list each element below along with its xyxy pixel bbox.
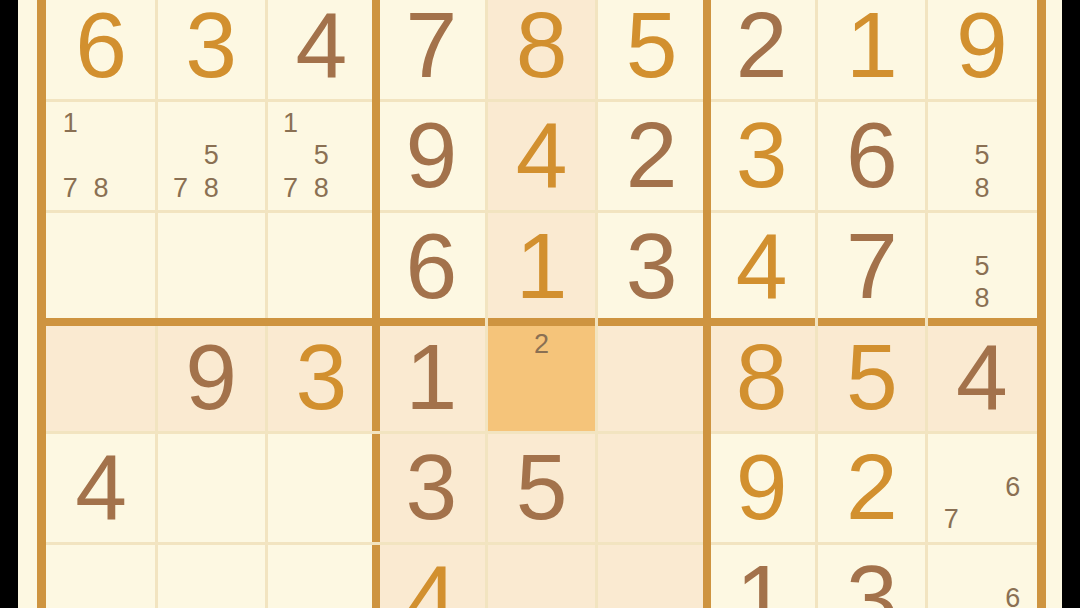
given-digit: 7	[846, 220, 898, 313]
cell-r1c2[interactable]: 3	[156, 0, 266, 101]
cell-r2c6[interactable]: 2	[597, 101, 707, 212]
cell-r3c2[interactable]	[156, 211, 266, 322]
entered-digit: 5	[846, 331, 898, 424]
cell-r3c5[interactable]: 1	[486, 211, 596, 322]
cell-r4c6[interactable]	[597, 322, 707, 433]
sudoku-cells: 6347852191785781578942365861347589312854…	[46, 0, 1037, 608]
pencil-note-6: 6	[997, 472, 1028, 504]
given-digit: 3	[406, 441, 458, 534]
cell-r2c8[interactable]: 6	[817, 101, 927, 212]
entered-digit: 9	[956, 0, 1008, 92]
cell-r4c3[interactable]: 3	[266, 322, 376, 433]
given-digit: 2	[626, 109, 678, 202]
given-digit: 7	[406, 0, 458, 92]
cell-r6c9[interactable]: 6	[927, 543, 1037, 608]
given-digit: 5	[516, 441, 568, 534]
sudoku-app-screen: 6347852191785781578942365861347589312854…	[0, 0, 1080, 608]
cell-r5c6[interactable]	[597, 432, 707, 543]
pencil-note-5: 5	[306, 140, 337, 172]
cell-r4c4[interactable]: 1	[376, 322, 486, 433]
pencil-notes: 2	[486, 322, 596, 433]
given-digit: 2	[736, 0, 788, 92]
cell-r3c8[interactable]: 7	[817, 211, 927, 322]
pencil-note-7: 7	[936, 504, 967, 536]
pencil-note-8: 8	[86, 172, 117, 204]
pencil-note-8: 8	[306, 172, 337, 204]
entered-digit: 4	[516, 109, 568, 202]
given-digit: 1	[736, 552, 788, 608]
pencil-note-8: 8	[967, 172, 998, 204]
sudoku-board: 6347852191785781578942365861347589312854…	[37, 0, 1046, 608]
cell-r2c4[interactable]: 9	[376, 101, 486, 212]
cell-r5c3[interactable]	[266, 432, 376, 543]
cell-r3c6[interactable]: 3	[597, 211, 707, 322]
cell-r6c8[interactable]: 3	[817, 543, 927, 608]
cell-r5c1[interactable]: 4	[46, 432, 156, 543]
cell-r4c9[interactable]: 4	[927, 322, 1037, 433]
pencil-notes: 6	[927, 543, 1037, 608]
given-digit: 4	[75, 441, 127, 534]
pencil-notes: 67	[927, 432, 1037, 543]
entered-digit: 6	[75, 0, 127, 92]
entered-digit: 3	[185, 0, 237, 92]
given-digit: 4	[295, 0, 347, 92]
cell-r6c5[interactable]	[486, 543, 596, 608]
cell-r3c1[interactable]	[46, 211, 156, 322]
entered-digit: 8	[736, 331, 788, 424]
cell-r3c7[interactable]: 4	[707, 211, 817, 322]
pencil-note-6: 6	[997, 582, 1028, 608]
pencil-notes: 578	[156, 101, 266, 212]
cell-r1c9[interactable]: 9	[927, 0, 1037, 101]
cell-r6c1[interactable]	[46, 543, 156, 608]
entered-digit: 2	[846, 441, 898, 534]
cell-r5c9[interactable]: 67	[927, 432, 1037, 543]
pencil-note-5: 5	[967, 250, 998, 282]
entered-digit: 3	[736, 109, 788, 202]
cell-r5c2[interactable]	[156, 432, 266, 543]
cell-r6c7[interactable]: 1	[707, 543, 817, 608]
entered-digit: 1	[516, 220, 568, 313]
pencil-note-1: 1	[275, 108, 306, 140]
given-digit: 1	[406, 331, 458, 424]
entered-digit: 3	[295, 331, 347, 424]
cell-r4c2[interactable]: 9	[156, 322, 266, 433]
cell-r2c9[interactable]: 58	[927, 101, 1037, 212]
cell-r4c7[interactable]: 8	[707, 322, 817, 433]
pencil-note-7: 7	[165, 172, 196, 204]
pencil-note-2: 2	[526, 329, 557, 361]
pencil-note-8: 8	[967, 283, 998, 315]
cell-r6c3[interactable]	[266, 543, 376, 608]
cell-r3c4[interactable]: 6	[376, 211, 486, 322]
entered-digit: 5	[626, 0, 678, 92]
cell-r5c5[interactable]: 5	[486, 432, 596, 543]
cell-r5c8[interactable]: 2	[817, 432, 927, 543]
cell-r2c2[interactable]: 578	[156, 101, 266, 212]
given-digit: 3	[846, 552, 898, 608]
cell-r1c8[interactable]: 1	[817, 0, 927, 101]
cell-r1c7[interactable]: 2	[707, 0, 817, 101]
given-digit: 9	[406, 109, 458, 202]
letterbox-right	[1062, 0, 1080, 608]
entered-digit: 4	[736, 220, 788, 313]
cell-r3c9[interactable]: 58	[927, 211, 1037, 322]
cell-r2c7[interactable]: 3	[707, 101, 817, 212]
cell-r2c3[interactable]: 1578	[266, 101, 376, 212]
cell-r5c7[interactable]: 9	[707, 432, 817, 543]
pencil-note-5: 5	[196, 140, 227, 172]
pencil-note-8: 8	[196, 172, 227, 204]
cell-r1c1[interactable]: 6	[46, 0, 156, 101]
cell-r6c4[interactable]: 4	[376, 543, 486, 608]
pencil-notes: 58	[927, 101, 1037, 212]
cell-r6c2[interactable]	[156, 543, 266, 608]
entered-digit: 1	[846, 0, 898, 92]
pencil-notes: 1578	[266, 101, 376, 212]
letterbox-left	[0, 0, 18, 608]
pencil-note-7: 7	[275, 172, 306, 204]
cell-r4c5[interactable]: 2	[486, 322, 596, 433]
cell-r1c5[interactable]: 8	[486, 0, 596, 101]
cell-r6c6[interactable]	[597, 543, 707, 608]
cell-r1c6[interactable]: 5	[597, 0, 707, 101]
given-digit: 4	[956, 331, 1008, 424]
entered-digit: 4	[406, 552, 458, 608]
pencil-note-1: 1	[55, 108, 86, 140]
given-digit: 6	[846, 109, 898, 202]
pencil-notes: 178	[46, 101, 156, 212]
cell-r4c1[interactable]	[46, 322, 156, 433]
entered-digit: 8	[516, 0, 568, 92]
given-digit: 3	[626, 220, 678, 313]
pencil-note-7: 7	[55, 172, 86, 204]
entered-digit: 9	[736, 441, 788, 534]
pencil-note-5: 5	[967, 140, 998, 172]
cell-r5c4[interactable]: 3	[376, 432, 486, 543]
cell-r2c5[interactable]: 4	[486, 101, 596, 212]
cell-r3c3[interactable]	[266, 211, 376, 322]
cell-r4c8[interactable]: 5	[817, 322, 927, 433]
pencil-notes: 58	[927, 211, 1037, 322]
board-background-panel: 6347852191785781578942365861347589312854…	[18, 0, 1062, 608]
given-digit: 9	[185, 331, 237, 424]
cell-r2c1[interactable]: 178	[46, 101, 156, 212]
cell-r1c3[interactable]: 4	[266, 0, 376, 101]
cell-r1c4[interactable]: 7	[376, 0, 486, 101]
given-digit: 6	[406, 220, 458, 313]
